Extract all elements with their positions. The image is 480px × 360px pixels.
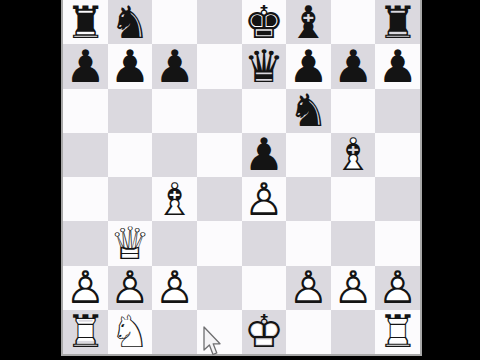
square-d8[interactable]: [197, 0, 242, 44]
piece-black-king-e8[interactable]: ♚: [242, 0, 287, 44]
square-b8[interactable]: ♞: [108, 0, 153, 44]
piece-fill-layer: ♚: [242, 310, 287, 354]
piece-white-rook-h1[interactable]: ♜♖: [375, 310, 420, 354]
piece-black-pawn-g7[interactable]: ♟: [331, 44, 376, 88]
piece-fill-layer: ♞: [286, 89, 331, 133]
square-c3[interactable]: [152, 221, 197, 265]
square-f4[interactable]: [286, 177, 331, 221]
piece-black-bishop-f8[interactable]: ♝: [286, 0, 331, 44]
chess-board: ♜♞♚♝♜♟♟♟♛♟♟♟♞♟♝♗♝♗♟♙♛♕♟♙♟♙♟♙♟♙♟♙♟♙♜♖♞♘♚♔…: [61, 0, 422, 356]
piece-fill-layer: ♟: [242, 133, 287, 177]
piece-fill-layer: ♟: [152, 44, 197, 88]
video-frame: ♜♞♚♝♜♟♟♟♛♟♟♟♞♟♝♗♝♗♟♙♛♕♟♙♟♙♟♙♟♙♟♙♟♙♜♖♞♘♚♔…: [0, 0, 480, 360]
square-h1[interactable]: ♜♖: [375, 310, 420, 354]
square-e2[interactable]: [242, 266, 287, 310]
piece-outline-layer: ♙: [108, 266, 153, 310]
square-c1[interactable]: [152, 310, 197, 354]
square-b7[interactable]: ♟: [108, 44, 153, 88]
square-a5[interactable]: [63, 133, 108, 177]
chess-board-grid: ♜♞♚♝♜♟♟♟♛♟♟♟♞♟♝♗♝♗♟♙♛♕♟♙♟♙♟♙♟♙♟♙♟♙♜♖♞♘♚♔…: [63, 0, 420, 354]
square-h5[interactable]: [375, 133, 420, 177]
piece-fill-layer: ♝: [286, 0, 331, 44]
square-b4[interactable]: [108, 177, 153, 221]
square-e3[interactable]: [242, 221, 287, 265]
piece-black-rook-a8[interactable]: ♜: [63, 0, 108, 44]
square-a4[interactable]: [63, 177, 108, 221]
square-a2[interactable]: ♟♙: [63, 266, 108, 310]
square-e1[interactable]: ♚♔: [242, 310, 287, 354]
square-c6[interactable]: [152, 89, 197, 133]
square-e6[interactable]: [242, 89, 287, 133]
piece-black-pawn-a7[interactable]: ♟: [63, 44, 108, 88]
piece-white-pawn-b2[interactable]: ♟♙: [108, 266, 153, 310]
piece-fill-layer: ♝: [152, 177, 197, 221]
square-h4[interactable]: [375, 177, 420, 221]
square-f5[interactable]: [286, 133, 331, 177]
piece-white-pawn-e4[interactable]: ♟♙: [242, 177, 287, 221]
piece-fill-layer: ♟: [108, 44, 153, 88]
piece-fill-layer: ♟: [242, 177, 287, 221]
square-b5[interactable]: [108, 133, 153, 177]
square-g2[interactable]: ♟♙: [331, 266, 376, 310]
piece-fill-layer: ♟: [375, 266, 420, 310]
piece-white-knight-b1[interactable]: ♞♘: [108, 310, 153, 354]
piece-fill-layer: ♜: [63, 310, 108, 354]
piece-outline-layer: ♕: [108, 221, 153, 265]
square-b1[interactable]: ♞♘: [108, 310, 153, 354]
piece-white-pawn-a2[interactable]: ♟♙: [63, 266, 108, 310]
square-b6[interactable]: [108, 89, 153, 133]
square-f3[interactable]: [286, 221, 331, 265]
square-d7[interactable]: [197, 44, 242, 88]
piece-white-bishop-c4[interactable]: ♝♗: [152, 177, 197, 221]
piece-outline-layer: ♙: [63, 266, 108, 310]
mouse-cursor-icon: [202, 326, 222, 360]
piece-black-knight-b8[interactable]: ♞: [108, 0, 153, 44]
piece-fill-layer: ♟: [331, 266, 376, 310]
piece-black-pawn-h7[interactable]: ♟: [375, 44, 420, 88]
piece-outline-layer: ♗: [331, 133, 376, 177]
square-a3[interactable]: [63, 221, 108, 265]
piece-black-rook-h8[interactable]: ♜: [375, 0, 420, 44]
square-b2[interactable]: ♟♙: [108, 266, 153, 310]
piece-fill-layer: ♜: [375, 0, 420, 44]
square-e4[interactable]: ♟♙: [242, 177, 287, 221]
piece-outline-layer: ♔: [242, 310, 287, 354]
square-e5[interactable]: ♟: [242, 133, 287, 177]
square-c5[interactable]: [152, 133, 197, 177]
piece-fill-layer: ♟: [108, 266, 153, 310]
piece-white-bishop-g5[interactable]: ♝♗: [331, 133, 376, 177]
square-a7[interactable]: ♟: [63, 44, 108, 88]
piece-white-pawn-h2[interactable]: ♟♙: [375, 266, 420, 310]
piece-fill-layer: ♛: [242, 44, 287, 88]
square-d2[interactable]: [197, 266, 242, 310]
piece-outline-layer: ♙: [152, 266, 197, 310]
square-g8[interactable]: [331, 0, 376, 44]
square-d6[interactable]: [197, 89, 242, 133]
square-g6[interactable]: [331, 89, 376, 133]
piece-fill-layer: ♟: [286, 44, 331, 88]
square-g5[interactable]: ♝♗: [331, 133, 376, 177]
square-a6[interactable]: [63, 89, 108, 133]
square-h6[interactable]: [375, 89, 420, 133]
piece-black-queen-e7[interactable]: ♛: [242, 44, 287, 88]
square-b3[interactable]: ♛♕: [108, 221, 153, 265]
square-g3[interactable]: [331, 221, 376, 265]
piece-fill-layer: ♟: [63, 44, 108, 88]
piece-outline-layer: ♖: [63, 310, 108, 354]
piece-black-knight-f6[interactable]: ♞: [286, 89, 331, 133]
square-c4[interactable]: ♝♗: [152, 177, 197, 221]
square-c7[interactable]: ♟: [152, 44, 197, 88]
square-d3[interactable]: [197, 221, 242, 265]
letterbox-right: [423, 0, 480, 360]
square-g1[interactable]: [331, 310, 376, 354]
piece-white-queen-b3[interactable]: ♛♕: [108, 221, 153, 265]
square-f7[interactable]: ♟: [286, 44, 331, 88]
square-a8[interactable]: ♜: [63, 0, 108, 44]
piece-outline-layer: ♙: [286, 266, 331, 310]
piece-fill-layer: ♟: [63, 266, 108, 310]
piece-fill-layer: ♛: [108, 221, 153, 265]
square-g4[interactable]: [331, 177, 376, 221]
square-h2[interactable]: ♟♙: [375, 266, 420, 310]
piece-fill-layer: ♟: [375, 44, 420, 88]
square-c2[interactable]: ♟♙: [152, 266, 197, 310]
piece-fill-layer: ♞: [108, 0, 153, 44]
piece-black-pawn-e5[interactable]: ♟: [242, 133, 287, 177]
square-h8[interactable]: ♜: [375, 0, 420, 44]
piece-outline-layer: ♖: [375, 310, 420, 354]
square-e7[interactable]: ♛: [242, 44, 287, 88]
square-d4[interactable]: [197, 177, 242, 221]
square-h7[interactable]: ♟: [375, 44, 420, 88]
piece-outline-layer: ♙: [331, 266, 376, 310]
square-c8[interactable]: [152, 0, 197, 44]
piece-white-pawn-f2[interactable]: ♟♙: [286, 266, 331, 310]
piece-fill-layer: ♟: [152, 266, 197, 310]
piece-fill-layer: ♝: [331, 133, 376, 177]
square-f6[interactable]: ♞: [286, 89, 331, 133]
piece-outline-layer: ♙: [242, 177, 287, 221]
piece-outline-layer: ♙: [375, 266, 420, 310]
piece-white-king-e1[interactable]: ♚♔: [242, 310, 287, 354]
square-d5[interactable]: [197, 133, 242, 177]
square-g7[interactable]: ♟: [331, 44, 376, 88]
piece-outline-layer: ♗: [152, 177, 197, 221]
piece-black-pawn-f7[interactable]: ♟: [286, 44, 331, 88]
piece-black-pawn-c7[interactable]: ♟: [152, 44, 197, 88]
piece-white-pawn-g2[interactable]: ♟♙: [331, 266, 376, 310]
square-f1[interactable]: [286, 310, 331, 354]
piece-fill-layer: ♜: [375, 310, 420, 354]
square-a1[interactable]: ♜♖: [63, 310, 108, 354]
square-f8[interactable]: ♝: [286, 0, 331, 44]
piece-fill-layer: ♚: [242, 0, 287, 44]
piece-black-pawn-b7[interactable]: ♟: [108, 44, 153, 88]
piece-fill-layer: ♟: [331, 44, 376, 88]
piece-fill-layer: ♟: [286, 266, 331, 310]
letterbox-left: [0, 0, 61, 360]
square-h3[interactable]: [375, 221, 420, 265]
piece-outline-layer: ♘: [108, 310, 153, 354]
piece-white-rook-a1[interactable]: ♜♖: [63, 310, 108, 354]
piece-white-pawn-c2[interactable]: ♟♙: [152, 266, 197, 310]
square-f2[interactable]: ♟♙: [286, 266, 331, 310]
piece-fill-layer: ♜: [63, 0, 108, 44]
square-e8[interactable]: ♚: [242, 0, 287, 44]
piece-fill-layer: ♞: [108, 310, 153, 354]
